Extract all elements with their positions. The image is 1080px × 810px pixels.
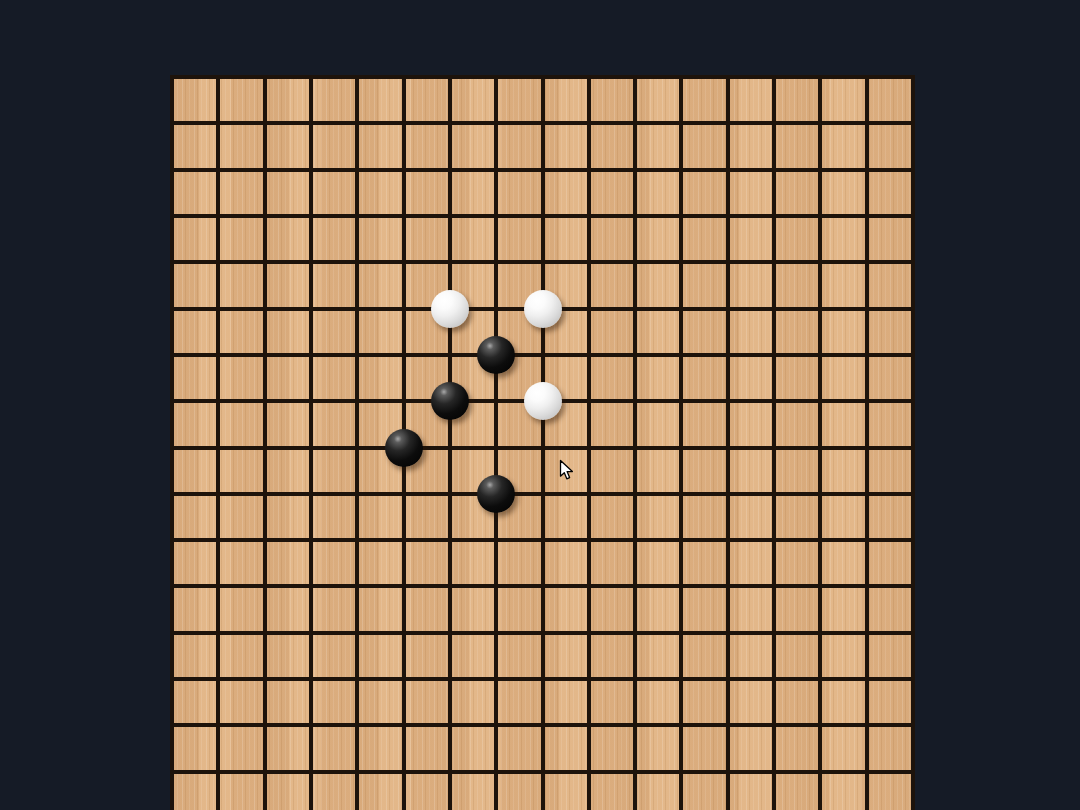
grid-line-vertical — [263, 75, 267, 810]
grid-line-horizontal — [170, 631, 915, 635]
grid-line-vertical — [772, 75, 776, 810]
grid-line-vertical — [170, 75, 174, 810]
grid-line-vertical — [309, 75, 313, 810]
grid-line-vertical — [865, 75, 869, 810]
stone-white — [431, 290, 469, 328]
grid-line-vertical — [216, 75, 220, 810]
grid-line-vertical — [448, 75, 452, 810]
stone-black — [477, 475, 515, 513]
grid-line-vertical — [541, 75, 545, 810]
grid-line-horizontal — [170, 723, 915, 727]
grid-line-vertical — [818, 75, 822, 810]
stone-white — [524, 290, 562, 328]
grid-line-vertical — [679, 75, 683, 810]
stone-black — [477, 336, 515, 374]
gomoku-board[interactable] — [170, 75, 915, 810]
grid-line-vertical — [355, 75, 359, 810]
grid-line-horizontal — [170, 538, 915, 542]
desktop-background — [0, 0, 1080, 810]
grid-line-horizontal — [170, 770, 915, 774]
grid-line-horizontal — [170, 584, 915, 588]
grid-line-horizontal — [170, 492, 915, 496]
stone-black — [431, 382, 469, 420]
stone-white — [524, 382, 562, 420]
grid-line-horizontal — [170, 446, 915, 450]
grid-line-vertical — [587, 75, 591, 810]
grid-line-vertical — [494, 75, 498, 810]
grid-line-vertical — [726, 75, 730, 810]
grid-line-vertical — [633, 75, 637, 810]
grid-line-horizontal — [170, 677, 915, 681]
grid-line-vertical — [911, 75, 915, 810]
stone-black — [385, 429, 423, 467]
